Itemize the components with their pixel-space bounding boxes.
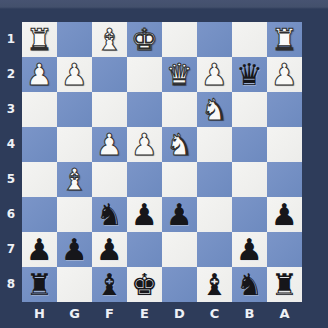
white-pawn: ♟ <box>267 57 302 92</box>
white-rook: ♜ <box>267 22 302 57</box>
square-g6[interactable] <box>57 197 92 232</box>
square-c4[interactable] <box>197 127 232 162</box>
square-b1[interactable] <box>232 22 267 57</box>
file-label-f: F <box>92 302 127 326</box>
square-h7[interactable]: ♟ <box>22 232 57 267</box>
file-label-c: C <box>197 302 232 326</box>
square-d5[interactable] <box>162 162 197 197</box>
square-c1[interactable] <box>197 22 232 57</box>
square-g5[interactable]: ♝ <box>57 162 92 197</box>
square-e7[interactable] <box>127 232 162 267</box>
black-king: ♚ <box>127 267 162 302</box>
square-f2[interactable] <box>92 57 127 92</box>
rank-labels: 12345678 <box>0 22 22 302</box>
black-pawn: ♟ <box>267 197 302 232</box>
rank-label-2: 2 <box>0 57 22 92</box>
square-e8[interactable]: ♚ <box>127 267 162 302</box>
square-a1[interactable]: ♜ <box>267 22 302 57</box>
white-pawn: ♟ <box>57 57 92 92</box>
square-c7[interactable] <box>197 232 232 267</box>
black-pawn: ♟ <box>127 197 162 232</box>
square-a8[interactable]: ♜ <box>267 267 302 302</box>
square-h2[interactable]: ♟ <box>22 57 57 92</box>
square-b7[interactable]: ♟ <box>232 232 267 267</box>
square-a4[interactable] <box>267 127 302 162</box>
rank-label-6: 6 <box>0 197 22 232</box>
black-pawn: ♟ <box>162 197 197 232</box>
file-label-d: D <box>162 302 197 326</box>
square-b2[interactable]: ♛ <box>232 57 267 92</box>
white-knight: ♞ <box>197 92 232 127</box>
square-h3[interactable] <box>22 92 57 127</box>
square-c6[interactable] <box>197 197 232 232</box>
rank-label-1: 1 <box>0 22 22 57</box>
square-a3[interactable] <box>267 92 302 127</box>
square-a5[interactable] <box>267 162 302 197</box>
square-b5[interactable] <box>232 162 267 197</box>
square-e2[interactable] <box>127 57 162 92</box>
chessboard-widget: 12345678 ♜♝♚♜♟♟♛♟♛♟♞♟♟♞♝♞♟♟♟♟♟♟♟♜♝♚♝♞♜ H… <box>0 0 328 328</box>
rank-label-3: 3 <box>0 92 22 127</box>
black-pawn: ♟ <box>232 232 267 267</box>
white-bishop: ♝ <box>92 22 127 57</box>
square-g8[interactable] <box>57 267 92 302</box>
square-g3[interactable] <box>57 92 92 127</box>
file-label-e: E <box>127 302 162 326</box>
square-f5[interactable] <box>92 162 127 197</box>
white-king: ♚ <box>127 22 162 57</box>
square-h4[interactable] <box>22 127 57 162</box>
white-pawn: ♟ <box>197 57 232 92</box>
white-pawn: ♟ <box>22 57 57 92</box>
square-g1[interactable] <box>57 22 92 57</box>
black-pawn: ♟ <box>22 232 57 267</box>
square-f7[interactable]: ♟ <box>92 232 127 267</box>
black-bishop: ♝ <box>92 267 127 302</box>
rank-label-8: 8 <box>0 267 22 302</box>
square-d7[interactable] <box>162 232 197 267</box>
file-labels: HGFEDCBA <box>22 302 302 328</box>
white-bishop: ♝ <box>57 162 92 197</box>
square-a6[interactable]: ♟ <box>267 197 302 232</box>
white-queen: ♛ <box>162 57 197 92</box>
square-e6[interactable]: ♟ <box>127 197 162 232</box>
square-h1[interactable]: ♜ <box>22 22 57 57</box>
square-e3[interactable] <box>127 92 162 127</box>
square-d8[interactable] <box>162 267 197 302</box>
square-a2[interactable]: ♟ <box>267 57 302 92</box>
square-c5[interactable] <box>197 162 232 197</box>
black-rook: ♜ <box>267 267 302 302</box>
square-b3[interactable] <box>232 92 267 127</box>
file-label-b: B <box>232 302 267 326</box>
square-h6[interactable] <box>22 197 57 232</box>
square-g7[interactable]: ♟ <box>57 232 92 267</box>
black-knight: ♞ <box>232 267 267 302</box>
square-c8[interactable]: ♝ <box>197 267 232 302</box>
square-h8[interactable]: ♜ <box>22 267 57 302</box>
square-a7[interactable] <box>267 232 302 267</box>
square-e5[interactable] <box>127 162 162 197</box>
black-queen: ♛ <box>232 57 267 92</box>
square-f4[interactable]: ♟ <box>92 127 127 162</box>
square-e1[interactable]: ♚ <box>127 22 162 57</box>
black-rook: ♜ <box>22 267 57 302</box>
white-rook: ♜ <box>22 22 57 57</box>
black-knight: ♞ <box>92 197 127 232</box>
rank-label-5: 5 <box>0 162 22 197</box>
rank-label-7: 7 <box>0 232 22 267</box>
file-label-h: H <box>22 302 57 326</box>
square-d3[interactable] <box>162 92 197 127</box>
file-label-g: G <box>57 302 92 326</box>
file-label-a: A <box>267 302 302 326</box>
square-b8[interactable]: ♞ <box>232 267 267 302</box>
black-pawn: ♟ <box>92 232 127 267</box>
square-b4[interactable] <box>232 127 267 162</box>
white-pawn: ♟ <box>127 127 162 162</box>
square-f1[interactable]: ♝ <box>92 22 127 57</box>
square-g4[interactable] <box>57 127 92 162</box>
white-knight: ♞ <box>162 127 197 162</box>
square-f3[interactable] <box>92 92 127 127</box>
square-d1[interactable] <box>162 22 197 57</box>
square-h5[interactable] <box>22 162 57 197</box>
square-c2[interactable]: ♟ <box>197 57 232 92</box>
square-f8[interactable]: ♝ <box>92 267 127 302</box>
square-b6[interactable] <box>232 197 267 232</box>
white-pawn: ♟ <box>92 127 127 162</box>
square-d2[interactable]: ♛ <box>162 57 197 92</box>
square-e4[interactable]: ♟ <box>127 127 162 162</box>
board: ♜♝♚♜♟♟♛♟♛♟♞♟♟♞♝♞♟♟♟♟♟♟♟♜♝♚♝♞♜ <box>22 22 302 302</box>
square-g2[interactable]: ♟ <box>57 57 92 92</box>
square-d6[interactable]: ♟ <box>162 197 197 232</box>
black-pawn: ♟ <box>57 232 92 267</box>
square-c3[interactable]: ♞ <box>197 92 232 127</box>
rank-label-4: 4 <box>0 127 22 162</box>
black-bishop: ♝ <box>197 267 232 302</box>
square-f6[interactable]: ♞ <box>92 197 127 232</box>
square-d4[interactable]: ♞ <box>162 127 197 162</box>
